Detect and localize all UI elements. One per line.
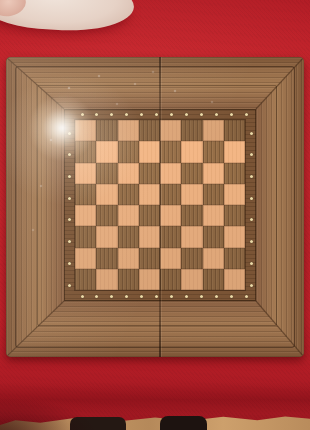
square-d3 <box>139 226 160 247</box>
inlay-dot <box>250 175 253 178</box>
square-b6 <box>96 163 117 184</box>
square-e7 <box>160 141 181 162</box>
inlay-dot <box>200 295 203 298</box>
square-d8 <box>139 120 160 141</box>
square-a6 <box>75 163 96 184</box>
square-b8 <box>96 120 117 141</box>
inlay-dot <box>170 295 173 298</box>
photo-scene <box>0 0 310 430</box>
square-c1 <box>118 269 139 290</box>
square-c8 <box>118 120 139 141</box>
square-d5 <box>139 184 160 205</box>
inlay-dot <box>140 113 143 116</box>
square-d6 <box>139 163 160 184</box>
square-h4 <box>224 205 245 226</box>
square-h3 <box>224 226 245 247</box>
inlay-dot <box>250 262 253 265</box>
square-e3 <box>160 226 181 247</box>
square-g6 <box>203 163 224 184</box>
square-e8 <box>160 120 181 141</box>
square-d2 <box>139 248 160 269</box>
square-g5 <box>203 184 224 205</box>
inlay-dot <box>170 113 173 116</box>
square-c4 <box>118 205 139 226</box>
square-b3 <box>96 226 117 247</box>
inlay-dot <box>215 113 218 116</box>
square-h5 <box>224 184 245 205</box>
inlay-dot <box>68 175 71 178</box>
inlay-dot <box>68 262 71 265</box>
fold-seam <box>159 57 161 357</box>
inlay-dot <box>215 295 218 298</box>
square-b4 <box>96 205 117 226</box>
inlay-dot <box>110 295 113 298</box>
inlay-dot <box>68 132 71 135</box>
square-h7 <box>224 141 245 162</box>
square-a1 <box>75 269 96 290</box>
square-a8 <box>75 120 96 141</box>
square-a4 <box>75 205 96 226</box>
square-d1 <box>139 269 160 290</box>
square-h1 <box>224 269 245 290</box>
inlay-dot <box>230 295 233 298</box>
square-g4 <box>203 205 224 226</box>
inlay-dot <box>125 113 128 116</box>
inlay-dot <box>155 295 158 298</box>
square-f1 <box>181 269 202 290</box>
inlay-dot <box>68 197 71 200</box>
square-g8 <box>203 120 224 141</box>
square-g7 <box>203 141 224 162</box>
square-a3 <box>75 226 96 247</box>
chess-board <box>6 57 304 357</box>
square-h6 <box>224 163 245 184</box>
inlay-dot <box>68 153 71 156</box>
square-e6 <box>160 163 181 184</box>
square-e1 <box>160 269 181 290</box>
inlay-dot <box>125 295 128 298</box>
square-d4 <box>139 205 160 226</box>
square-b5 <box>96 184 117 205</box>
inlay-dot <box>68 284 71 287</box>
inlay-dot <box>81 295 84 298</box>
square-b7 <box>96 141 117 162</box>
square-a7 <box>75 141 96 162</box>
square-f7 <box>181 141 202 162</box>
square-f6 <box>181 163 202 184</box>
carpet-corner-shadow <box>0 398 100 430</box>
square-c3 <box>118 226 139 247</box>
inlay-dot <box>250 197 253 200</box>
square-c7 <box>118 141 139 162</box>
square-f2 <box>181 248 202 269</box>
inlay-dot <box>230 113 233 116</box>
square-h2 <box>224 248 245 269</box>
inlay-dot <box>68 240 71 243</box>
inlay-dot <box>200 113 203 116</box>
inlay-dot <box>185 295 188 298</box>
square-b2 <box>96 248 117 269</box>
dark-object-right <box>160 416 207 430</box>
inlay-dot <box>185 113 188 116</box>
inlay-dot <box>81 113 84 116</box>
square-e2 <box>160 248 181 269</box>
square-c5 <box>118 184 139 205</box>
inlay-dot <box>250 132 253 135</box>
square-h8 <box>224 120 245 141</box>
inlay-dot <box>245 295 248 298</box>
square-f4 <box>181 205 202 226</box>
square-c2 <box>118 248 139 269</box>
square-g1 <box>203 269 224 290</box>
inlay-dot <box>250 284 253 287</box>
inlay-dot <box>140 295 143 298</box>
inlay-dot <box>155 113 158 116</box>
inlay-dot <box>245 113 248 116</box>
square-g3 <box>203 226 224 247</box>
square-f5 <box>181 184 202 205</box>
square-c6 <box>118 163 139 184</box>
square-d7 <box>139 141 160 162</box>
square-f8 <box>181 120 202 141</box>
square-g2 <box>203 248 224 269</box>
square-a2 <box>75 248 96 269</box>
square-f3 <box>181 226 202 247</box>
square-e5 <box>160 184 181 205</box>
inlay-dot <box>110 113 113 116</box>
inlay-dot <box>250 153 253 156</box>
square-a5 <box>75 184 96 205</box>
square-e4 <box>160 205 181 226</box>
inlay-dot <box>250 240 253 243</box>
square-b1 <box>96 269 117 290</box>
